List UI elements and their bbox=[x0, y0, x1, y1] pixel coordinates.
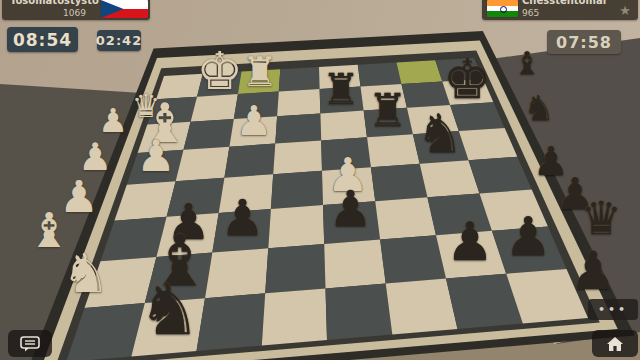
square-c7[interactable] bbox=[380, 235, 446, 283]
square-d8[interactable] bbox=[326, 284, 393, 341]
black-pawn-d6[interactable]: ♟ bbox=[328, 186, 373, 236]
square-c6[interactable] bbox=[375, 197, 436, 239]
black-pawn-b7[interactable]: ♟ bbox=[446, 215, 494, 268]
square-e2[interactable] bbox=[277, 89, 320, 116]
india-flag-icon bbox=[487, 0, 518, 17]
square-e1[interactable] bbox=[279, 67, 320, 92]
player-card-right[interactable]: Chesstentomar 965 ★ bbox=[482, 0, 638, 20]
captured-white-knight[interactable]: ♞ bbox=[62, 247, 110, 301]
left-main-clock: 08:54 bbox=[7, 27, 78, 52]
black-rook-c3[interactable]: ♜ bbox=[367, 89, 408, 134]
black-knight-b4[interactable]: ♞ bbox=[416, 108, 464, 161]
white-king-g1[interactable]: ♚ bbox=[197, 46, 243, 98]
right-main-clock: 07:58 bbox=[547, 30, 621, 54]
square-c8[interactable] bbox=[386, 279, 458, 335]
square-g3[interactable] bbox=[184, 119, 234, 150]
captured-white-pawn[interactable]: ♟ bbox=[98, 104, 128, 137]
player-card-left[interactable]: Tosomatostysto 1069 bbox=[2, 0, 150, 20]
captured-black-bishop[interactable]: ♝ bbox=[513, 48, 541, 79]
chat-menu-icon bbox=[20, 336, 40, 352]
captured-black-queen[interactable]: ♛ bbox=[580, 195, 621, 241]
square-e4[interactable] bbox=[273, 140, 322, 174]
player-name-left: Tosomatostysto bbox=[10, 0, 99, 6]
black-king-a2[interactable]: ♚ bbox=[443, 51, 492, 106]
left-secondary-clock: 02:42 bbox=[97, 30, 141, 51]
black-knight-g8[interactable]: ♞ bbox=[138, 275, 201, 345]
white-pawn-f3[interactable]: ♟ bbox=[236, 101, 273, 142]
white-rook-f1[interactable]: ♜ bbox=[241, 52, 277, 93]
home-button[interactable] bbox=[592, 330, 638, 357]
square-e5[interactable] bbox=[271, 171, 323, 209]
square-f8[interactable] bbox=[197, 293, 266, 351]
captured-black-knight[interactable]: ♞ bbox=[523, 91, 554, 126]
captured-white-pawn[interactable]: ♟ bbox=[78, 138, 112, 176]
home-icon bbox=[606, 336, 624, 352]
square-c4[interactable] bbox=[367, 134, 420, 167]
square-e8[interactable] bbox=[262, 288, 327, 345]
black-pawn-a7[interactable]: ♟ bbox=[504, 210, 552, 263]
black-rook-d2[interactable]: ♜ bbox=[322, 68, 360, 111]
square-e7[interactable] bbox=[265, 244, 325, 293]
square-e3[interactable] bbox=[275, 113, 321, 143]
square-c1[interactable] bbox=[358, 63, 402, 87]
star-icon: ★ bbox=[619, 3, 631, 18]
game-screen: ♚♜♝♟♟♟♚♜♜♞♟♟♟♟♟♝♞♛♟♟♟♝♞♝♞♟♟♛♟ Tosomatost… bbox=[0, 0, 640, 360]
captured-black-pawn[interactable]: ♟ bbox=[569, 244, 617, 297]
white-pawn-h4[interactable]: ♟ bbox=[136, 135, 175, 179]
more-options-button[interactable]: ••• bbox=[588, 299, 638, 320]
player-rating-left: 1069 bbox=[2, 8, 86, 18]
square-e6[interactable] bbox=[268, 205, 324, 248]
czech-flag-icon bbox=[101, 0, 148, 18]
square-d7[interactable] bbox=[324, 240, 386, 289]
more-dots-icon: ••• bbox=[598, 304, 628, 315]
square-c5[interactable] bbox=[371, 164, 428, 201]
square-d3[interactable] bbox=[320, 111, 367, 141]
player-rating-right: 965 bbox=[522, 8, 539, 18]
player-name-right: Chesstentomar bbox=[522, 0, 608, 6]
square-f4[interactable] bbox=[224, 144, 275, 178]
square-f7[interactable] bbox=[205, 248, 268, 298]
black-pawn-f6[interactable]: ♟ bbox=[220, 194, 265, 244]
menu-button[interactable] bbox=[8, 330, 52, 357]
square-b1[interactable] bbox=[397, 60, 443, 84]
